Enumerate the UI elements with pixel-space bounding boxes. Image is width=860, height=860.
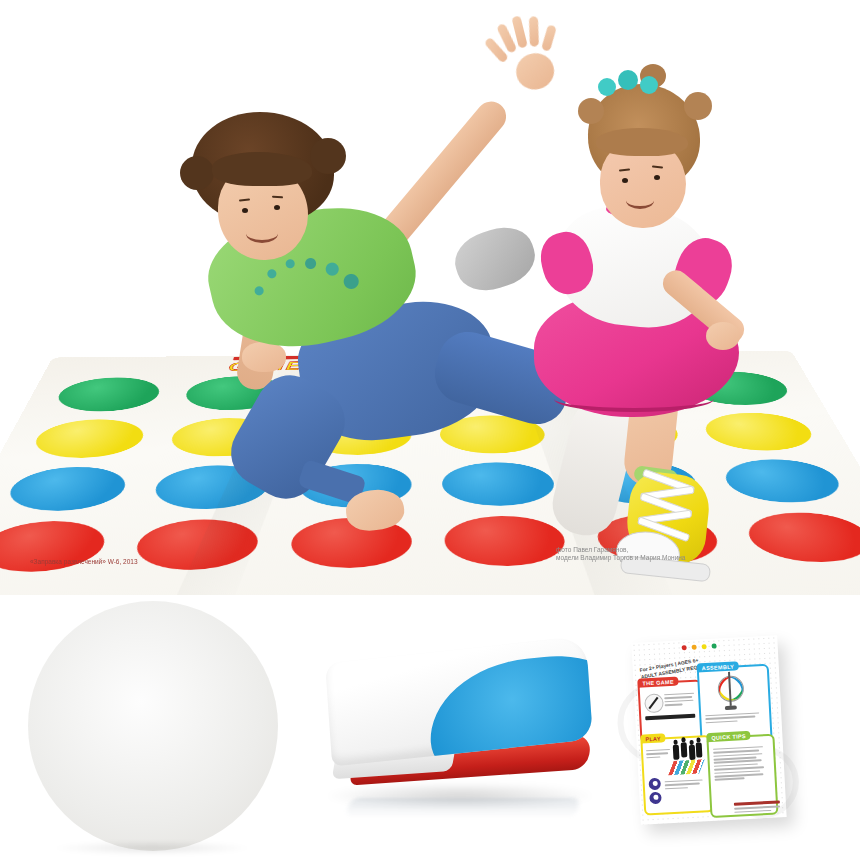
product-components-row: RIGHT FOOT LEFT HAND RIGHT HAND LEFT FOO… [0,595,860,860]
sheet-footer-note [734,801,781,815]
silhouette-player [673,745,680,760]
folded-mat [318,643,608,833]
play-mat-art [668,759,704,775]
girl-eye [654,175,660,180]
silhouette-player [696,742,703,757]
girl-figure [470,70,830,595]
girl-skirt-ruffle [554,386,714,412]
mat-cell [0,462,149,517]
caption-line: фото Павел Гарамянов, [556,546,685,554]
figure-person-icon [649,792,662,805]
girl-scrunchie [640,76,658,94]
silhouette-player [681,742,688,757]
folded-mat-reflection [345,798,581,819]
boy-hair-curl [180,156,214,190]
twister-spinner: RIGHT FOOT LEFT HAND RIGHT HAND LEFT FOO… [22,597,284,859]
photo-caption-left: «Заправка развлечений» W-6, 2013 [30,558,138,566]
caption-line: модели Владимир Торгов и Мария Монина [556,554,685,562]
boy-smile [246,224,278,243]
mat-dot-yellow [27,419,149,459]
mat-dot-blue [0,466,132,511]
spinner-reflection [52,841,252,855]
mini-dot-yellow [702,644,707,649]
girl-scrunchie [618,70,638,90]
assembly-base-art [725,706,737,711]
text-lines [646,747,671,760]
text-lines [705,710,760,725]
photo-caption-right: фото Павел Гарамянов, модели Владимир То… [556,546,685,562]
mini-dot-orange [692,645,697,650]
section-title: THE GAME [637,677,679,688]
section-title: QUICK TIPS [706,731,751,742]
boy-hair-fringe [212,152,312,186]
footer-line [734,806,780,810]
silhouette-player [689,745,696,760]
mini-dot-green [711,643,716,648]
figure-T-icon [648,778,661,791]
sheet-minidots [682,643,717,650]
girl-hair-curl [684,92,712,120]
girl-hair-fringe [596,128,688,156]
boy-eye [242,208,248,213]
boy-hair-curl [310,138,346,174]
mat-cell [10,415,166,463]
product-photo: GAME TWIST GAME [0,0,860,595]
spinner-base [28,601,278,851]
text-lines [665,777,704,791]
text-lines [664,691,695,708]
bold-note-bar [645,714,695,721]
twister-product-image: GAME TWIST GAME [0,0,860,860]
text-lines [713,744,765,782]
footer-line [734,809,771,813]
section-play: PLAY [640,735,714,816]
sneaker-laces [636,475,698,541]
girl-eye [622,178,628,183]
mat-dot-green [51,377,165,412]
boy-eye [274,205,280,210]
mini-dot-red [682,645,687,650]
mini-spinner-art [644,693,664,713]
girl-hair-curl [578,98,604,124]
girl-smile [626,192,654,209]
girl-hand [706,322,740,350]
instruction-sheet: For 2+ Players | AGES 6+ ADULT ASSEMBLY … [631,635,786,824]
section-title: PLAY [640,733,666,743]
section-title: ASSEMBLY [697,661,740,672]
boy-left-hand [242,342,286,372]
girl-scrunchie [598,78,616,96]
